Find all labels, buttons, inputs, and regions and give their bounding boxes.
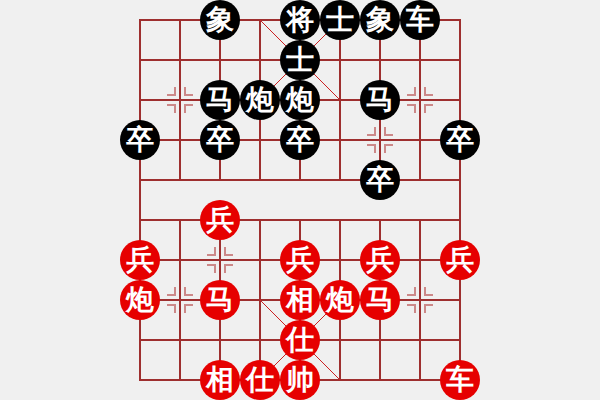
piece-black-soldier[interactable]: 卒 — [440, 120, 480, 160]
piece-red-elephant[interactable]: 相 — [200, 360, 240, 400]
piece-red-chariot[interactable]: 车 — [440, 360, 480, 400]
piece-red-soldier[interactable]: 兵 — [120, 240, 160, 280]
pieces-layer: 象将士象车士马炮炮马卒卒卒卒卒兵兵兵兵兵炮马相炮马仕相仕帅车 — [120, 0, 480, 400]
piece-black-elephant[interactable]: 象 — [360, 0, 400, 40]
piece-red-cannon[interactable]: 炮 — [120, 280, 160, 320]
piece-red-soldier[interactable]: 兵 — [280, 240, 320, 280]
piece-red-horse[interactable]: 马 — [200, 280, 240, 320]
piece-red-soldier[interactable]: 兵 — [440, 240, 480, 280]
piece-black-cannon[interactable]: 炮 — [280, 80, 320, 120]
piece-black-general[interactable]: 将 — [280, 0, 320, 40]
piece-black-horse[interactable]: 马 — [200, 80, 240, 120]
piece-red-cannon[interactable]: 炮 — [320, 280, 360, 320]
piece-red-soldier[interactable]: 兵 — [360, 240, 400, 280]
piece-red-advisor[interactable]: 仕 — [280, 320, 320, 360]
piece-black-soldier[interactable]: 卒 — [200, 120, 240, 160]
piece-red-elephant[interactable]: 相 — [280, 280, 320, 320]
piece-black-soldier[interactable]: 卒 — [120, 120, 160, 160]
piece-red-general[interactable]: 帅 — [280, 360, 320, 400]
piece-black-elephant[interactable]: 象 — [200, 0, 240, 40]
piece-black-soldier[interactable]: 卒 — [360, 160, 400, 200]
piece-black-advisor[interactable]: 士 — [320, 0, 360, 40]
piece-black-horse[interactable]: 马 — [360, 80, 400, 120]
piece-red-soldier[interactable]: 兵 — [200, 200, 240, 240]
xiangqi-board: 象将士象车士马炮炮马卒卒卒卒卒兵兵兵兵兵炮马相炮马仕相仕帅车 — [0, 0, 600, 400]
piece-black-soldier[interactable]: 卒 — [280, 120, 320, 160]
piece-red-horse[interactable]: 马 — [360, 280, 400, 320]
piece-black-advisor[interactable]: 士 — [280, 40, 320, 80]
piece-black-cannon[interactable]: 炮 — [240, 80, 280, 120]
piece-black-chariot[interactable]: 车 — [400, 0, 440, 40]
piece-red-advisor[interactable]: 仕 — [240, 360, 280, 400]
